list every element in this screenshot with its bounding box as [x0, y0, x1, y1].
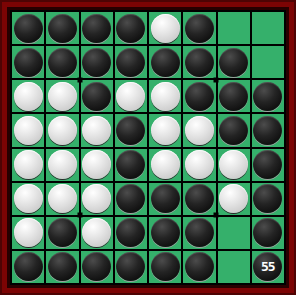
disc-white	[48, 116, 77, 145]
last-move-number: 55	[261, 260, 275, 273]
disc-white	[185, 116, 214, 145]
disc-white	[151, 82, 180, 111]
disc-white	[151, 150, 180, 179]
cell-d2[interactable]	[115, 46, 147, 78]
cell-g2[interactable]	[218, 46, 250, 78]
cell-h8[interactable]: 55	[252, 251, 284, 283]
disc-black	[82, 48, 111, 77]
board-frame: 55	[0, 0, 296, 295]
disc-white	[14, 150, 43, 179]
cell-d6[interactable]	[115, 183, 147, 215]
cell-h2[interactable]	[252, 46, 284, 78]
disc-black	[82, 252, 111, 281]
disc-white	[48, 184, 77, 213]
disc-black	[116, 14, 145, 43]
disc-white	[82, 150, 111, 179]
disc-black	[253, 184, 282, 213]
cell-f1[interactable]	[183, 12, 215, 44]
disc-black	[151, 48, 180, 77]
disc-black	[219, 48, 248, 77]
disc-white	[219, 150, 248, 179]
disc-white	[48, 150, 77, 179]
cell-a4[interactable]	[12, 114, 44, 146]
star-point	[78, 213, 83, 218]
disc-black	[116, 116, 145, 145]
cell-c7[interactable]	[81, 217, 113, 249]
cell-a6[interactable]	[12, 183, 44, 215]
disc-white	[82, 116, 111, 145]
cell-b7[interactable]	[46, 217, 78, 249]
cell-b8[interactable]	[46, 251, 78, 283]
cell-f2[interactable]	[183, 46, 215, 78]
disc-black	[151, 252, 180, 281]
cell-c8[interactable]	[81, 251, 113, 283]
cell-e3[interactable]	[149, 80, 181, 112]
disc-black	[48, 14, 77, 43]
disc-white	[14, 184, 43, 213]
disc-black	[185, 48, 214, 77]
disc-black	[48, 48, 77, 77]
cell-b1[interactable]	[46, 12, 78, 44]
disc-white	[14, 82, 43, 111]
disc-black	[253, 150, 282, 179]
board-grid: 55	[12, 12, 284, 283]
disc-white	[151, 116, 180, 145]
othello-board: 55	[10, 10, 286, 285]
disc-black	[253, 218, 282, 247]
cell-f4[interactable]	[183, 114, 215, 146]
cell-b4[interactable]	[46, 114, 78, 146]
cell-g4[interactable]	[218, 114, 250, 146]
cell-b5[interactable]	[46, 149, 78, 181]
disc-black	[185, 14, 214, 43]
disc-black	[14, 48, 43, 77]
cell-c6[interactable]	[81, 183, 113, 215]
disc-black	[185, 218, 214, 247]
cell-e1[interactable]	[149, 12, 181, 44]
disc-black	[116, 218, 145, 247]
cell-h5[interactable]	[252, 149, 284, 181]
disc-black: 55	[253, 252, 282, 281]
disc-black	[253, 116, 282, 145]
cell-g6[interactable]	[218, 183, 250, 215]
disc-white	[219, 184, 248, 213]
cell-e7[interactable]	[149, 217, 181, 249]
cell-f6[interactable]	[183, 183, 215, 215]
disc-black	[253, 82, 282, 111]
cell-e2[interactable]	[149, 46, 181, 78]
cell-f3[interactable]	[183, 80, 215, 112]
disc-black	[151, 218, 180, 247]
cell-b2[interactable]	[46, 46, 78, 78]
cell-g5[interactable]	[218, 149, 250, 181]
cell-d8[interactable]	[115, 251, 147, 283]
disc-black	[48, 252, 77, 281]
cell-h6[interactable]	[252, 183, 284, 215]
cell-a1[interactable]	[12, 12, 44, 44]
cell-d5[interactable]	[115, 149, 147, 181]
disc-white	[116, 82, 145, 111]
disc-black	[116, 184, 145, 213]
disc-white	[48, 82, 77, 111]
star-point	[78, 77, 83, 82]
cell-g1[interactable]	[218, 12, 250, 44]
disc-black	[116, 48, 145, 77]
cell-e8[interactable]	[149, 251, 181, 283]
cell-a2[interactable]	[12, 46, 44, 78]
disc-black	[48, 218, 77, 247]
disc-black	[219, 82, 248, 111]
cell-c1[interactable]	[81, 12, 113, 44]
disc-black	[219, 116, 248, 145]
disc-black	[116, 150, 145, 179]
cell-h7[interactable]	[252, 217, 284, 249]
cell-c4[interactable]	[81, 114, 113, 146]
disc-black	[14, 252, 43, 281]
cell-f5[interactable]	[183, 149, 215, 181]
disc-black	[185, 184, 214, 213]
cell-c5[interactable]	[81, 149, 113, 181]
cell-a8[interactable]	[12, 251, 44, 283]
disc-black	[14, 14, 43, 43]
cell-e6[interactable]	[149, 183, 181, 215]
cell-f7[interactable]	[183, 217, 215, 249]
cell-d4[interactable]	[115, 114, 147, 146]
disc-black	[185, 82, 214, 111]
cell-a7[interactable]	[12, 217, 44, 249]
cell-c2[interactable]	[81, 46, 113, 78]
cell-b6[interactable]	[46, 183, 78, 215]
cell-g8[interactable]	[218, 251, 250, 283]
cell-d7[interactable]	[115, 217, 147, 249]
cell-e4[interactable]	[149, 114, 181, 146]
cell-e5[interactable]	[149, 149, 181, 181]
disc-black	[82, 82, 111, 111]
cell-h1[interactable]	[252, 12, 284, 44]
disc-white	[14, 116, 43, 145]
cell-g3[interactable]	[218, 80, 250, 112]
cell-h4[interactable]	[252, 114, 284, 146]
disc-white	[82, 218, 111, 247]
cell-c3[interactable]	[81, 80, 113, 112]
disc-black	[151, 184, 180, 213]
cell-d1[interactable]	[115, 12, 147, 44]
cell-b3[interactable]	[46, 80, 78, 112]
disc-black	[116, 252, 145, 281]
disc-white	[185, 150, 214, 179]
cell-f8[interactable]	[183, 251, 215, 283]
disc-black	[185, 252, 214, 281]
cell-a3[interactable]	[12, 80, 44, 112]
cell-g7[interactable]	[218, 217, 250, 249]
star-point	[214, 213, 219, 218]
disc-white	[151, 14, 180, 43]
cell-h3[interactable]	[252, 80, 284, 112]
cell-a5[interactable]	[12, 149, 44, 181]
disc-white	[14, 218, 43, 247]
cell-d3[interactable]	[115, 80, 147, 112]
star-point	[214, 77, 219, 82]
disc-black	[82, 14, 111, 43]
disc-white	[82, 184, 111, 213]
